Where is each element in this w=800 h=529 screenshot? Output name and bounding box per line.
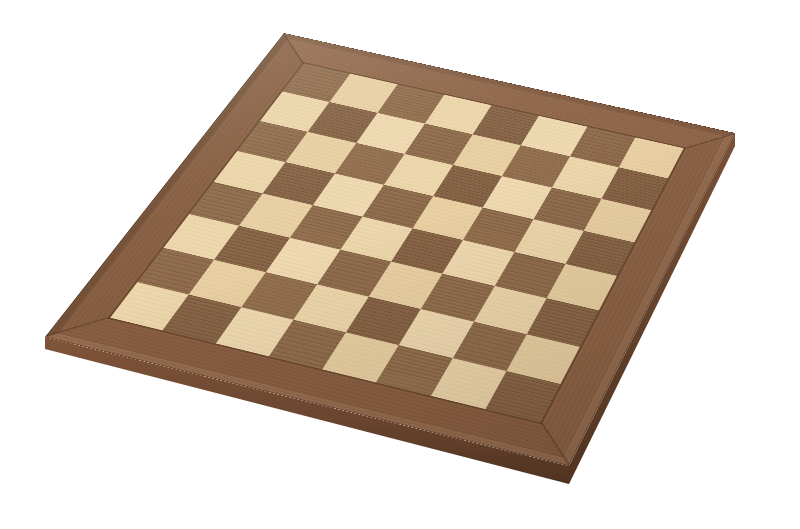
product-photo-stage (0, 0, 800, 529)
